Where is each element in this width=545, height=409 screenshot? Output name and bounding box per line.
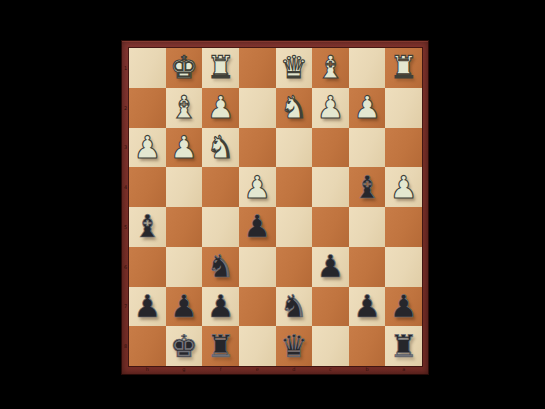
white-bishop[interactable]: ♝ xyxy=(170,92,198,123)
square-b7[interactable]: ♟ xyxy=(349,287,386,327)
white-knight[interactable]: ♞ xyxy=(280,92,308,123)
square-f1[interactable]: ♜ xyxy=(202,48,239,88)
black-rook[interactable]: ♜ xyxy=(390,331,418,362)
square-d5[interactable] xyxy=(276,207,313,247)
square-d2[interactable]: ♞ xyxy=(276,88,313,128)
black-pawn[interactable]: ♟ xyxy=(207,291,235,322)
square-c8[interactable] xyxy=(312,326,349,366)
black-queen[interactable]: ♛ xyxy=(280,331,308,362)
square-h3[interactable]: ♟ xyxy=(129,128,166,168)
file-label-g: g xyxy=(166,365,203,373)
square-f2[interactable]: ♟ xyxy=(202,88,239,128)
black-knight[interactable]: ♞ xyxy=(280,291,308,322)
square-h7[interactable]: ♟ xyxy=(129,287,166,327)
black-rook[interactable]: ♜ xyxy=(207,331,235,362)
square-c7[interactable] xyxy=(312,287,349,327)
file-label-c: c xyxy=(312,365,349,373)
board: ♚♜♛♝♜♝♟♞♟♟♟♟♞♟♝♟♝♟♞♟♟♟♟♞♟♟♚♜♛♜ xyxy=(129,48,422,366)
square-c1[interactable]: ♝ xyxy=(312,48,349,88)
square-a7[interactable]: ♟ xyxy=(385,287,422,327)
square-f8[interactable]: ♜ xyxy=(202,326,239,366)
square-d6[interactable] xyxy=(276,247,313,287)
square-b1[interactable] xyxy=(349,48,386,88)
rank-label-3: 3 xyxy=(122,128,129,168)
square-b4[interactable]: ♝ xyxy=(349,167,386,207)
file-label-f: f xyxy=(202,365,239,373)
black-pawn[interactable]: ♟ xyxy=(317,251,345,282)
square-g7[interactable]: ♟ xyxy=(166,287,203,327)
white-queen[interactable]: ♛ xyxy=(280,52,308,83)
square-b8[interactable] xyxy=(349,326,386,366)
square-e6[interactable] xyxy=(239,247,276,287)
square-a6[interactable] xyxy=(385,247,422,287)
square-h2[interactable] xyxy=(129,88,166,128)
white-pawn[interactable]: ♟ xyxy=(170,132,198,163)
square-a4[interactable]: ♟ xyxy=(385,167,422,207)
square-g6[interactable] xyxy=(166,247,203,287)
black-king[interactable]: ♚ xyxy=(170,331,198,362)
square-c6[interactable]: ♟ xyxy=(312,247,349,287)
black-knight[interactable]: ♞ xyxy=(207,251,235,282)
white-rook[interactable]: ♜ xyxy=(207,52,235,83)
square-d1[interactable]: ♛ xyxy=(276,48,313,88)
white-pawn[interactable]: ♟ xyxy=(390,172,418,203)
white-pawn[interactable]: ♟ xyxy=(353,92,381,123)
square-d7[interactable]: ♞ xyxy=(276,287,313,327)
square-a1[interactable]: ♜ xyxy=(385,48,422,88)
square-a3[interactable] xyxy=(385,128,422,168)
rank-label-5: 5 xyxy=(122,207,129,247)
white-bishop[interactable]: ♝ xyxy=(317,52,345,83)
black-pawn[interactable]: ♟ xyxy=(243,211,271,242)
letterbox-background: 12345678 ♚♜♛♝♜♝♟♞♟♟♟♟♞♟♝♟♝♟♞♟♟♟♟♞♟♟♚♜♛♜ … xyxy=(0,0,545,409)
rank-label-7: 7 xyxy=(122,287,129,327)
square-c4[interactable] xyxy=(312,167,349,207)
square-g3[interactable]: ♟ xyxy=(166,128,203,168)
white-pawn[interactable]: ♟ xyxy=(207,92,235,123)
square-e2[interactable] xyxy=(239,88,276,128)
square-e8[interactable] xyxy=(239,326,276,366)
rank-label-1: 1 xyxy=(122,48,129,88)
square-f6[interactable]: ♞ xyxy=(202,247,239,287)
rank-labels: 12345678 xyxy=(122,48,129,366)
rank-label-8: 8 xyxy=(122,326,129,366)
square-b6[interactable] xyxy=(349,247,386,287)
file-label-h: h xyxy=(129,365,166,373)
square-f4[interactable] xyxy=(202,167,239,207)
black-pawn[interactable]: ♟ xyxy=(170,291,198,322)
file-label-a: a xyxy=(385,365,422,373)
square-e5[interactable]: ♟ xyxy=(239,207,276,247)
square-d4[interactable] xyxy=(276,167,313,207)
square-e1[interactable] xyxy=(239,48,276,88)
square-h6[interactable] xyxy=(129,247,166,287)
square-g8[interactable]: ♚ xyxy=(166,326,203,366)
square-h1[interactable] xyxy=(129,48,166,88)
square-c3[interactable] xyxy=(312,128,349,168)
square-f3[interactable]: ♞ xyxy=(202,128,239,168)
black-pawn[interactable]: ♟ xyxy=(390,291,418,322)
square-f7[interactable]: ♟ xyxy=(202,287,239,327)
black-pawn[interactable]: ♟ xyxy=(353,291,381,322)
square-h5[interactable]: ♝ xyxy=(129,207,166,247)
black-bishop[interactable]: ♝ xyxy=(353,172,381,203)
square-e3[interactable] xyxy=(239,128,276,168)
square-d3[interactable] xyxy=(276,128,313,168)
rank-label-6: 6 xyxy=(122,247,129,287)
square-g5[interactable] xyxy=(166,207,203,247)
square-e7[interactable] xyxy=(239,287,276,327)
black-bishop[interactable]: ♝ xyxy=(133,211,161,242)
file-labels: hgfedcba xyxy=(129,365,422,373)
rank-label-2: 2 xyxy=(122,88,129,128)
square-c2[interactable]: ♟ xyxy=(312,88,349,128)
square-g4[interactable] xyxy=(166,167,203,207)
black-pawn[interactable]: ♟ xyxy=(133,291,161,322)
square-a8[interactable]: ♜ xyxy=(385,326,422,366)
white-rook[interactable]: ♜ xyxy=(390,52,418,83)
square-g2[interactable]: ♝ xyxy=(166,88,203,128)
file-label-b: b xyxy=(349,365,386,373)
white-pawn[interactable]: ♟ xyxy=(243,172,271,203)
chessboard-frame: 12345678 ♚♜♛♝♜♝♟♞♟♟♟♟♞♟♝♟♝♟♞♟♟♟♟♞♟♟♚♜♛♜ … xyxy=(121,40,429,375)
white-king[interactable]: ♚ xyxy=(170,52,198,83)
square-b2[interactable]: ♟ xyxy=(349,88,386,128)
square-c5[interactable] xyxy=(312,207,349,247)
file-label-e: e xyxy=(239,365,276,373)
white-pawn[interactable]: ♟ xyxy=(317,92,345,123)
square-a2[interactable] xyxy=(385,88,422,128)
square-d8[interactable]: ♛ xyxy=(276,326,313,366)
file-label-d: d xyxy=(276,365,313,373)
white-knight[interactable]: ♞ xyxy=(207,132,235,163)
square-g1[interactable]: ♚ xyxy=(166,48,203,88)
square-f5[interactable] xyxy=(202,207,239,247)
square-e4[interactable]: ♟ xyxy=(239,167,276,207)
square-b3[interactable] xyxy=(349,128,386,168)
square-h8[interactable] xyxy=(129,326,166,366)
white-pawn[interactable]: ♟ xyxy=(133,132,161,163)
square-h4[interactable] xyxy=(129,167,166,207)
rank-label-4: 4 xyxy=(122,167,129,207)
square-b5[interactable] xyxy=(349,207,386,247)
square-a5[interactable] xyxy=(385,207,422,247)
